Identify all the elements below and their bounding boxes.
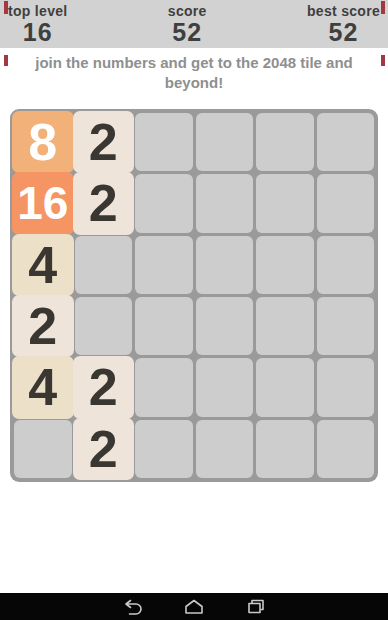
tile-2: 2 bbox=[73, 418, 135, 480]
cell-r3c3 bbox=[135, 236, 193, 294]
stat-score: score 52 bbox=[168, 3, 207, 48]
cell-r6c2: 2 bbox=[75, 420, 133, 478]
stat-top-level-value: 16 bbox=[23, 19, 53, 45]
cell-r2c5 bbox=[256, 174, 314, 232]
tagline: join the numbers and get to the 2048 til… bbox=[0, 53, 388, 93]
board[interactable]: 8216242422 bbox=[10, 109, 378, 482]
ribbon-accent-top-right bbox=[381, 1, 385, 14]
cell-r2c2: 2 bbox=[75, 174, 133, 232]
home-icon[interactable] bbox=[183, 596, 205, 618]
stat-best-score-label: best score bbox=[307, 3, 380, 19]
stat-score-value: 52 bbox=[172, 19, 202, 45]
cell-r2c4 bbox=[196, 174, 254, 232]
cell-r2c6 bbox=[317, 174, 375, 232]
cell-r1c2: 2 bbox=[75, 113, 133, 171]
cell-r6c1 bbox=[14, 420, 72, 478]
cell-r6c3 bbox=[135, 420, 193, 478]
cell-r2c1: 16 bbox=[14, 174, 72, 232]
cell-r3c5 bbox=[256, 236, 314, 294]
stat-best-score-value: 52 bbox=[329, 19, 359, 45]
tile-4: 4 bbox=[12, 234, 74, 296]
tile-2: 2 bbox=[73, 172, 135, 234]
cell-r3c1: 4 bbox=[14, 236, 72, 294]
recents-icon[interactable] bbox=[245, 596, 267, 618]
cell-r2c3 bbox=[135, 174, 193, 232]
cell-r3c6 bbox=[317, 236, 375, 294]
cell-r6c6 bbox=[317, 420, 375, 478]
cell-r4c4 bbox=[196, 297, 254, 355]
cell-r1c3 bbox=[135, 113, 193, 171]
stat-top-level-label: top level bbox=[8, 3, 68, 19]
tile-2: 2 bbox=[73, 111, 135, 173]
tile-4: 4 bbox=[12, 356, 74, 418]
stat-score-label: score bbox=[168, 3, 207, 19]
cell-r1c5 bbox=[256, 113, 314, 171]
cell-r6c4 bbox=[196, 420, 254, 478]
cell-r1c1: 8 bbox=[14, 113, 72, 171]
tile-8: 8 bbox=[12, 111, 74, 173]
cell-r5c1: 4 bbox=[14, 358, 72, 416]
stat-top-level: top level 16 bbox=[8, 3, 68, 48]
cell-r6c5 bbox=[256, 420, 314, 478]
cell-r5c2: 2 bbox=[75, 358, 133, 416]
cell-r5c4 bbox=[196, 358, 254, 416]
cell-r4c5 bbox=[256, 297, 314, 355]
header-stats-bar: top level 16 score 52 best score 52 bbox=[0, 0, 388, 48]
cell-r5c6 bbox=[317, 358, 375, 416]
cell-r4c3 bbox=[135, 297, 193, 355]
stat-best-score: best score 52 bbox=[307, 3, 380, 48]
cell-r1c6 bbox=[317, 113, 375, 171]
tile-2: 2 bbox=[73, 356, 135, 418]
cell-r5c3 bbox=[135, 358, 193, 416]
cell-r4c1: 2 bbox=[14, 297, 72, 355]
cell-r5c5 bbox=[256, 358, 314, 416]
tile-2: 2 bbox=[12, 295, 74, 357]
ribbon-accent-top-left bbox=[4, 1, 8, 14]
back-icon[interactable] bbox=[121, 596, 143, 618]
cell-r3c2 bbox=[75, 236, 133, 294]
cell-r3c4 bbox=[196, 236, 254, 294]
tile-16: 16 bbox=[12, 172, 74, 234]
cell-r4c2 bbox=[75, 297, 133, 355]
android-nav-bar bbox=[0, 593, 388, 620]
cell-r4c6 bbox=[317, 297, 375, 355]
cell-r1c4 bbox=[196, 113, 254, 171]
